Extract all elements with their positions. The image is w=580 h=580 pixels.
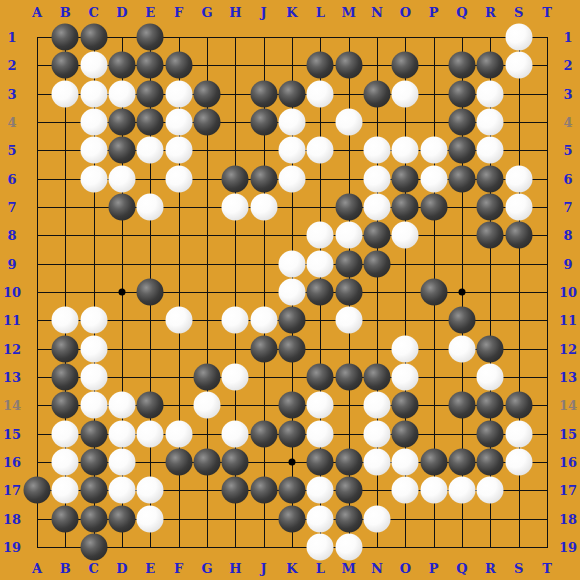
intersection-O2[interactable] <box>391 51 419 79</box>
intersection-E5[interactable] <box>136 136 164 164</box>
intersection-C14[interactable] <box>79 391 107 419</box>
intersection-T1[interactable] <box>533 23 561 51</box>
intersection-N3[interactable] <box>363 79 391 107</box>
intersection-S1[interactable] <box>504 23 532 51</box>
intersection-M8[interactable] <box>334 221 362 249</box>
intersection-B6[interactable] <box>51 164 79 192</box>
intersection-B1[interactable] <box>51 23 79 51</box>
intersection-P4[interactable] <box>419 108 447 136</box>
intersection-D10[interactable] <box>108 278 136 306</box>
intersection-P15[interactable] <box>419 419 447 447</box>
intersection-B17[interactable] <box>51 476 79 504</box>
intersection-N1[interactable] <box>363 23 391 51</box>
intersection-B13[interactable] <box>51 363 79 391</box>
intersection-F15[interactable] <box>164 419 192 447</box>
intersection-A13[interactable] <box>23 363 51 391</box>
intersection-P13[interactable] <box>419 363 447 391</box>
intersection-O6[interactable] <box>391 164 419 192</box>
intersection-R1[interactable] <box>476 23 504 51</box>
intersection-G15[interactable] <box>193 419 221 447</box>
intersection-E9[interactable] <box>136 249 164 277</box>
intersection-J4[interactable] <box>249 108 277 136</box>
intersection-K5[interactable] <box>278 136 306 164</box>
intersection-K10[interactable] <box>278 278 306 306</box>
intersection-A16[interactable] <box>23 448 51 476</box>
intersection-K14[interactable] <box>278 391 306 419</box>
intersection-B10[interactable] <box>51 278 79 306</box>
intersection-F5[interactable] <box>164 136 192 164</box>
intersection-B18[interactable] <box>51 504 79 532</box>
intersection-B9[interactable] <box>51 249 79 277</box>
intersection-N17[interactable] <box>363 476 391 504</box>
intersection-T18[interactable] <box>533 504 561 532</box>
intersection-C7[interactable] <box>79 193 107 221</box>
intersection-N7[interactable] <box>363 193 391 221</box>
intersection-D12[interactable] <box>108 334 136 362</box>
intersection-O15[interactable] <box>391 419 419 447</box>
intersection-F9[interactable] <box>164 249 192 277</box>
intersection-Q4[interactable] <box>448 108 476 136</box>
intersection-J3[interactable] <box>249 79 277 107</box>
intersection-F2[interactable] <box>164 51 192 79</box>
intersection-G14[interactable] <box>193 391 221 419</box>
intersection-D15[interactable] <box>108 419 136 447</box>
intersection-J12[interactable] <box>249 334 277 362</box>
intersection-B4[interactable] <box>51 108 79 136</box>
intersection-F3[interactable] <box>164 79 192 107</box>
intersection-M19[interactable] <box>334 533 362 561</box>
intersection-Q6[interactable] <box>448 164 476 192</box>
intersection-S6[interactable] <box>504 164 532 192</box>
intersection-L14[interactable] <box>306 391 334 419</box>
intersection-G7[interactable] <box>193 193 221 221</box>
intersection-O10[interactable] <box>391 278 419 306</box>
intersection-A18[interactable] <box>23 504 51 532</box>
intersection-R16[interactable] <box>476 448 504 476</box>
intersection-Q9[interactable] <box>448 249 476 277</box>
intersection-S3[interactable] <box>504 79 532 107</box>
intersection-G2[interactable] <box>193 51 221 79</box>
intersection-J1[interactable] <box>249 23 277 51</box>
intersection-M17[interactable] <box>334 476 362 504</box>
intersection-J5[interactable] <box>249 136 277 164</box>
intersection-M18[interactable] <box>334 504 362 532</box>
intersection-B2[interactable] <box>51 51 79 79</box>
intersection-E19[interactable] <box>136 533 164 561</box>
intersection-S15[interactable] <box>504 419 532 447</box>
intersection-G16[interactable] <box>193 448 221 476</box>
intersection-H17[interactable] <box>221 476 249 504</box>
intersection-J16[interactable] <box>249 448 277 476</box>
intersection-T13[interactable] <box>533 363 561 391</box>
intersection-L5[interactable] <box>306 136 334 164</box>
intersection-D3[interactable] <box>108 79 136 107</box>
intersection-S9[interactable] <box>504 249 532 277</box>
intersection-H15[interactable] <box>221 419 249 447</box>
intersection-P1[interactable] <box>419 23 447 51</box>
intersection-G10[interactable] <box>193 278 221 306</box>
intersection-E14[interactable] <box>136 391 164 419</box>
intersection-C12[interactable] <box>79 334 107 362</box>
intersection-K1[interactable] <box>278 23 306 51</box>
intersection-P12[interactable] <box>419 334 447 362</box>
intersection-L15[interactable] <box>306 419 334 447</box>
intersection-R3[interactable] <box>476 79 504 107</box>
intersection-M4[interactable] <box>334 108 362 136</box>
intersection-O9[interactable] <box>391 249 419 277</box>
intersection-E4[interactable] <box>136 108 164 136</box>
intersection-S17[interactable] <box>504 476 532 504</box>
intersection-Q3[interactable] <box>448 79 476 107</box>
intersection-P11[interactable] <box>419 306 447 334</box>
intersection-A2[interactable] <box>23 51 51 79</box>
intersection-K12[interactable] <box>278 334 306 362</box>
intersection-F12[interactable] <box>164 334 192 362</box>
intersection-K17[interactable] <box>278 476 306 504</box>
intersection-O18[interactable] <box>391 504 419 532</box>
intersection-C3[interactable] <box>79 79 107 107</box>
intersection-Q17[interactable] <box>448 476 476 504</box>
intersection-J10[interactable] <box>249 278 277 306</box>
intersection-Q8[interactable] <box>448 221 476 249</box>
intersection-C10[interactable] <box>79 278 107 306</box>
intersection-K19[interactable] <box>278 533 306 561</box>
intersection-C9[interactable] <box>79 249 107 277</box>
intersection-F4[interactable] <box>164 108 192 136</box>
intersection-L13[interactable] <box>306 363 334 391</box>
intersection-S5[interactable] <box>504 136 532 164</box>
intersection-P2[interactable] <box>419 51 447 79</box>
intersection-A5[interactable] <box>23 136 51 164</box>
intersection-M7[interactable] <box>334 193 362 221</box>
intersection-N15[interactable] <box>363 419 391 447</box>
intersection-M6[interactable] <box>334 164 362 192</box>
intersection-D8[interactable] <box>108 221 136 249</box>
intersection-O8[interactable] <box>391 221 419 249</box>
intersection-J7[interactable] <box>249 193 277 221</box>
intersection-C5[interactable] <box>79 136 107 164</box>
intersection-O12[interactable] <box>391 334 419 362</box>
intersection-A14[interactable] <box>23 391 51 419</box>
intersection-G8[interactable] <box>193 221 221 249</box>
intersection-C18[interactable] <box>79 504 107 532</box>
intersection-D14[interactable] <box>108 391 136 419</box>
intersection-O4[interactable] <box>391 108 419 136</box>
intersection-F14[interactable] <box>164 391 192 419</box>
intersection-H4[interactable] <box>221 108 249 136</box>
intersection-F11[interactable] <box>164 306 192 334</box>
intersection-D7[interactable] <box>108 193 136 221</box>
intersection-N8[interactable] <box>363 221 391 249</box>
intersection-F16[interactable] <box>164 448 192 476</box>
intersection-R4[interactable] <box>476 108 504 136</box>
intersection-J8[interactable] <box>249 221 277 249</box>
intersection-D6[interactable] <box>108 164 136 192</box>
intersection-N5[interactable] <box>363 136 391 164</box>
intersection-T6[interactable] <box>533 164 561 192</box>
intersection-C16[interactable] <box>79 448 107 476</box>
intersection-F10[interactable] <box>164 278 192 306</box>
intersection-D5[interactable] <box>108 136 136 164</box>
intersection-P18[interactable] <box>419 504 447 532</box>
intersection-N16[interactable] <box>363 448 391 476</box>
intersection-S18[interactable] <box>504 504 532 532</box>
intersection-R19[interactable] <box>476 533 504 561</box>
intersection-B3[interactable] <box>51 79 79 107</box>
intersection-J2[interactable] <box>249 51 277 79</box>
intersection-F13[interactable] <box>164 363 192 391</box>
intersection-L1[interactable] <box>306 23 334 51</box>
intersection-T8[interactable] <box>533 221 561 249</box>
intersection-A3[interactable] <box>23 79 51 107</box>
intersection-A6[interactable] <box>23 164 51 192</box>
intersection-M3[interactable] <box>334 79 362 107</box>
intersection-L3[interactable] <box>306 79 334 107</box>
intersection-D4[interactable] <box>108 108 136 136</box>
intersection-K4[interactable] <box>278 108 306 136</box>
intersection-L2[interactable] <box>306 51 334 79</box>
intersection-T5[interactable] <box>533 136 561 164</box>
intersection-D11[interactable] <box>108 306 136 334</box>
intersection-M16[interactable] <box>334 448 362 476</box>
intersection-T7[interactable] <box>533 193 561 221</box>
intersection-O3[interactable] <box>391 79 419 107</box>
intersection-C11[interactable] <box>79 306 107 334</box>
intersection-Q2[interactable] <box>448 51 476 79</box>
intersection-O13[interactable] <box>391 363 419 391</box>
intersection-T14[interactable] <box>533 391 561 419</box>
intersection-E16[interactable] <box>136 448 164 476</box>
intersection-B5[interactable] <box>51 136 79 164</box>
intersection-E10[interactable] <box>136 278 164 306</box>
intersection-T3[interactable] <box>533 79 561 107</box>
intersection-R9[interactable] <box>476 249 504 277</box>
intersection-L18[interactable] <box>306 504 334 532</box>
intersection-S19[interactable] <box>504 533 532 561</box>
intersection-P10[interactable] <box>419 278 447 306</box>
intersection-Q15[interactable] <box>448 419 476 447</box>
intersection-E1[interactable] <box>136 23 164 51</box>
intersection-G17[interactable] <box>193 476 221 504</box>
intersection-Q10[interactable] <box>448 278 476 306</box>
intersection-D9[interactable] <box>108 249 136 277</box>
intersection-T4[interactable] <box>533 108 561 136</box>
intersection-N10[interactable] <box>363 278 391 306</box>
intersection-R18[interactable] <box>476 504 504 532</box>
intersection-G6[interactable] <box>193 164 221 192</box>
intersection-E6[interactable] <box>136 164 164 192</box>
intersection-L16[interactable] <box>306 448 334 476</box>
intersection-R2[interactable] <box>476 51 504 79</box>
intersection-A10[interactable] <box>23 278 51 306</box>
intersection-M1[interactable] <box>334 23 362 51</box>
intersection-B16[interactable] <box>51 448 79 476</box>
intersection-K9[interactable] <box>278 249 306 277</box>
intersection-S16[interactable] <box>504 448 532 476</box>
intersection-A11[interactable] <box>23 306 51 334</box>
intersection-P7[interactable] <box>419 193 447 221</box>
intersection-N2[interactable] <box>363 51 391 79</box>
intersection-E7[interactable] <box>136 193 164 221</box>
intersection-R17[interactable] <box>476 476 504 504</box>
intersection-H6[interactable] <box>221 164 249 192</box>
intersection-C8[interactable] <box>79 221 107 249</box>
intersection-A9[interactable] <box>23 249 51 277</box>
intersection-O17[interactable] <box>391 476 419 504</box>
intersection-C4[interactable] <box>79 108 107 136</box>
intersection-J13[interactable] <box>249 363 277 391</box>
intersection-E17[interactable] <box>136 476 164 504</box>
intersection-B14[interactable] <box>51 391 79 419</box>
intersection-N6[interactable] <box>363 164 391 192</box>
intersection-G4[interactable] <box>193 108 221 136</box>
intersection-P17[interactable] <box>419 476 447 504</box>
intersection-G3[interactable] <box>193 79 221 107</box>
intersection-A19[interactable] <box>23 533 51 561</box>
intersection-S14[interactable] <box>504 391 532 419</box>
intersection-L17[interactable] <box>306 476 334 504</box>
intersection-L6[interactable] <box>306 164 334 192</box>
intersection-L4[interactable] <box>306 108 334 136</box>
intersection-O5[interactable] <box>391 136 419 164</box>
intersection-C15[interactable] <box>79 419 107 447</box>
intersection-M15[interactable] <box>334 419 362 447</box>
intersection-L11[interactable] <box>306 306 334 334</box>
intersection-C6[interactable] <box>79 164 107 192</box>
intersection-P8[interactable] <box>419 221 447 249</box>
intersection-G11[interactable] <box>193 306 221 334</box>
intersection-Q7[interactable] <box>448 193 476 221</box>
intersection-T2[interactable] <box>533 51 561 79</box>
intersection-O19[interactable] <box>391 533 419 561</box>
intersection-J6[interactable] <box>249 164 277 192</box>
intersection-F19[interactable] <box>164 533 192 561</box>
intersection-H18[interactable] <box>221 504 249 532</box>
intersection-J11[interactable] <box>249 306 277 334</box>
intersection-K15[interactable] <box>278 419 306 447</box>
intersection-A4[interactable] <box>23 108 51 136</box>
intersection-P14[interactable] <box>419 391 447 419</box>
intersection-R13[interactable] <box>476 363 504 391</box>
intersection-S10[interactable] <box>504 278 532 306</box>
intersection-G9[interactable] <box>193 249 221 277</box>
intersection-C19[interactable] <box>79 533 107 561</box>
intersection-Q16[interactable] <box>448 448 476 476</box>
intersection-K3[interactable] <box>278 79 306 107</box>
intersection-H16[interactable] <box>221 448 249 476</box>
intersection-H11[interactable] <box>221 306 249 334</box>
intersection-H1[interactable] <box>221 23 249 51</box>
intersection-M9[interactable] <box>334 249 362 277</box>
intersection-T12[interactable] <box>533 334 561 362</box>
intersection-E12[interactable] <box>136 334 164 362</box>
intersection-L19[interactable] <box>306 533 334 561</box>
intersection-R12[interactable] <box>476 334 504 362</box>
intersection-S11[interactable] <box>504 306 532 334</box>
intersection-F17[interactable] <box>164 476 192 504</box>
intersection-T9[interactable] <box>533 249 561 277</box>
intersection-S2[interactable] <box>504 51 532 79</box>
intersection-E15[interactable] <box>136 419 164 447</box>
intersection-D1[interactable] <box>108 23 136 51</box>
intersection-E11[interactable] <box>136 306 164 334</box>
intersection-H5[interactable] <box>221 136 249 164</box>
intersection-O14[interactable] <box>391 391 419 419</box>
intersection-S13[interactable] <box>504 363 532 391</box>
intersection-K13[interactable] <box>278 363 306 391</box>
intersection-D2[interactable] <box>108 51 136 79</box>
intersection-H19[interactable] <box>221 533 249 561</box>
intersection-S8[interactable] <box>504 221 532 249</box>
intersection-H3[interactable] <box>221 79 249 107</box>
intersection-N11[interactable] <box>363 306 391 334</box>
intersection-K6[interactable] <box>278 164 306 192</box>
intersection-J9[interactable] <box>249 249 277 277</box>
intersection-B8[interactable] <box>51 221 79 249</box>
intersection-R11[interactable] <box>476 306 504 334</box>
intersection-O16[interactable] <box>391 448 419 476</box>
intersection-Q13[interactable] <box>448 363 476 391</box>
intersection-Q11[interactable] <box>448 306 476 334</box>
intersection-G12[interactable] <box>193 334 221 362</box>
intersection-H2[interactable] <box>221 51 249 79</box>
intersection-F1[interactable] <box>164 23 192 51</box>
intersection-M14[interactable] <box>334 391 362 419</box>
intersection-M11[interactable] <box>334 306 362 334</box>
intersection-B19[interactable] <box>51 533 79 561</box>
intersection-J19[interactable] <box>249 533 277 561</box>
intersection-Q5[interactable] <box>448 136 476 164</box>
intersection-K8[interactable] <box>278 221 306 249</box>
intersection-E8[interactable] <box>136 221 164 249</box>
intersection-H14[interactable] <box>221 391 249 419</box>
intersection-D18[interactable] <box>108 504 136 532</box>
intersection-L8[interactable] <box>306 221 334 249</box>
intersection-M12[interactable] <box>334 334 362 362</box>
intersection-A15[interactable] <box>23 419 51 447</box>
intersection-B15[interactable] <box>51 419 79 447</box>
intersection-G18[interactable] <box>193 504 221 532</box>
intersection-O1[interactable] <box>391 23 419 51</box>
intersection-K11[interactable] <box>278 306 306 334</box>
intersection-D13[interactable] <box>108 363 136 391</box>
intersection-R7[interactable] <box>476 193 504 221</box>
intersection-T11[interactable] <box>533 306 561 334</box>
intersection-M13[interactable] <box>334 363 362 391</box>
intersection-F6[interactable] <box>164 164 192 192</box>
intersection-N12[interactable] <box>363 334 391 362</box>
intersection-H7[interactable] <box>221 193 249 221</box>
intersection-N9[interactable] <box>363 249 391 277</box>
intersection-E18[interactable] <box>136 504 164 532</box>
intersection-B12[interactable] <box>51 334 79 362</box>
intersection-F18[interactable] <box>164 504 192 532</box>
intersection-L12[interactable] <box>306 334 334 362</box>
intersection-N14[interactable] <box>363 391 391 419</box>
intersection-R6[interactable] <box>476 164 504 192</box>
intersection-M2[interactable] <box>334 51 362 79</box>
intersection-M10[interactable] <box>334 278 362 306</box>
intersection-Q18[interactable] <box>448 504 476 532</box>
intersection-C13[interactable] <box>79 363 107 391</box>
intersection-J17[interactable] <box>249 476 277 504</box>
intersection-P16[interactable] <box>419 448 447 476</box>
intersection-R10[interactable] <box>476 278 504 306</box>
intersection-E3[interactable] <box>136 79 164 107</box>
intersection-C1[interactable] <box>79 23 107 51</box>
intersection-Q12[interactable] <box>448 334 476 362</box>
intersection-L9[interactable] <box>306 249 334 277</box>
